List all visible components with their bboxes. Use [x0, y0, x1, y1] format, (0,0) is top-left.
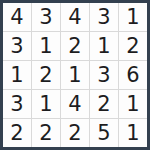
cell-r4c4[interactable]: 2	[90, 90, 118, 118]
cell-r4c5[interactable]: 1	[119, 90, 147, 118]
cell-r1c3[interactable]: 4	[61, 3, 89, 31]
cell-r3c1[interactable]: 1	[3, 61, 31, 89]
cell-r5c4[interactable]: 5	[90, 119, 118, 147]
cell-r2c1[interactable]: 3	[3, 32, 31, 60]
cell-r1c4[interactable]: 3	[90, 3, 118, 31]
cell-r1c2[interactable]: 3	[32, 3, 60, 31]
hitori-board: 4343131212121363142122251	[0, 0, 150, 150]
cell-r5c1[interactable]: 2	[3, 119, 31, 147]
cell-r2c3[interactable]: 2	[61, 32, 89, 60]
cell-r3c5[interactable]: 6	[119, 61, 147, 89]
cell-r1c5[interactable]: 1	[119, 3, 147, 31]
cell-r2c4[interactable]: 1	[90, 32, 118, 60]
cell-r5c2[interactable]: 2	[32, 119, 60, 147]
cell-r4c1[interactable]: 3	[3, 90, 31, 118]
cell-r5c5[interactable]: 1	[119, 119, 147, 147]
cell-r2c2[interactable]: 1	[32, 32, 60, 60]
cell-r4c3[interactable]: 4	[61, 90, 89, 118]
cell-r5c3[interactable]: 2	[61, 119, 89, 147]
cell-r3c2[interactable]: 2	[32, 61, 60, 89]
cell-r4c2[interactable]: 1	[32, 90, 60, 118]
cell-r2c5[interactable]: 2	[119, 32, 147, 60]
cell-r3c3[interactable]: 1	[61, 61, 89, 89]
cell-r1c1[interactable]: 4	[3, 3, 31, 31]
cell-r3c4[interactable]: 3	[90, 61, 118, 89]
hitori-puzzle: 4343131212121363142122251	[0, 0, 150, 150]
